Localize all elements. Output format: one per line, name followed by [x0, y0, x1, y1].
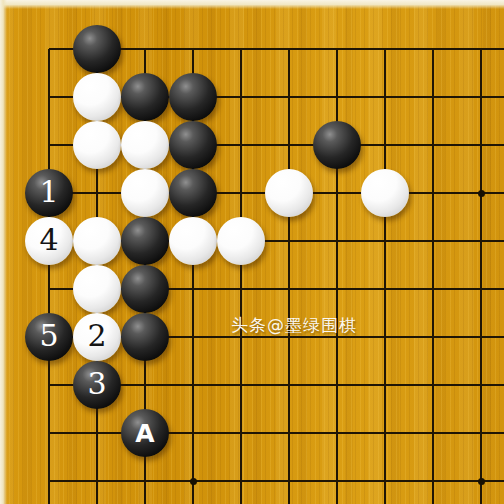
- stone-white-2x7[interactable]: 2: [73, 313, 121, 361]
- stone-black-4x3[interactable]: [169, 121, 217, 169]
- stone-label-A: A: [135, 421, 154, 446]
- stone-white-5x5[interactable]: [217, 217, 265, 265]
- stone-white-3x3[interactable]: [121, 121, 169, 169]
- stone-label-1: 1: [39, 177, 58, 209]
- stone-black-3x2[interactable]: [121, 73, 169, 121]
- stone-white-4x5[interactable]: [169, 217, 217, 265]
- stone-black-4x4[interactable]: [169, 169, 217, 217]
- stone-label-4: 4: [39, 225, 58, 257]
- stone-black-3x9[interactable]: A: [121, 409, 169, 457]
- stone-white-2x6[interactable]: [73, 265, 121, 313]
- board-grid[interactable]: 14523A: [25, 25, 504, 504]
- stone-label-3: 3: [87, 369, 106, 401]
- stone-black-7x3[interactable]: [313, 121, 361, 169]
- stone-black-4x2[interactable]: [169, 73, 217, 121]
- stone-white-2x2[interactable]: [73, 73, 121, 121]
- stone-white-1x5[interactable]: 4: [25, 217, 73, 265]
- stone-white-2x5[interactable]: [73, 217, 121, 265]
- stone-black-3x5[interactable]: [121, 217, 169, 265]
- stone-black-1x7[interactable]: 5: [25, 313, 73, 361]
- stone-black-3x6[interactable]: [121, 265, 169, 313]
- stone-black-2x1[interactable]: [73, 25, 121, 73]
- go-board-diagram: 14523A 头条@墨绿围棋: [0, 0, 504, 504]
- stone-white-6x4[interactable]: [265, 169, 313, 217]
- stone-black-1x4[interactable]: 1: [25, 169, 73, 217]
- stone-black-3x7[interactable]: [121, 313, 169, 361]
- board-frame-left-edge: [0, 0, 7, 504]
- stone-label-2: 2: [87, 321, 106, 353]
- stone-white-3x4[interactable]: [121, 169, 169, 217]
- stone-black-2x8[interactable]: 3: [73, 361, 121, 409]
- stone-label-5: 5: [39, 321, 58, 353]
- stone-white-2x3[interactable]: [73, 121, 121, 169]
- watermark-text: 头条@墨绿围棋: [231, 314, 357, 337]
- board-frame-top-edge: [0, 0, 504, 9]
- stone-white-8x4[interactable]: [361, 169, 409, 217]
